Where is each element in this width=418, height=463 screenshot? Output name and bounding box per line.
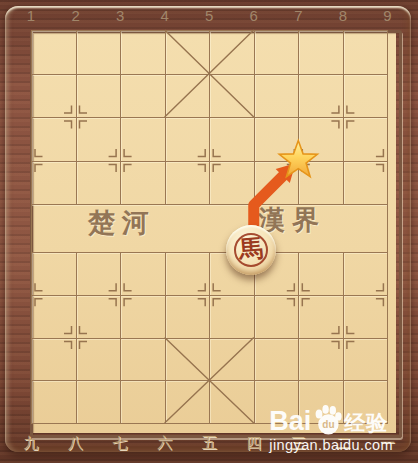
watermark-brand-du: du — [323, 419, 335, 430]
watermark-url: jingyan.baidu.com — [269, 438, 393, 453]
piece-character: 馬 — [224, 222, 278, 276]
piece-red-horse[interactable]: 馬 — [226, 225, 276, 275]
point-markers — [35, 106, 383, 350]
watermark-brand-suffix: 经验 — [344, 412, 388, 434]
board-overlay — [0, 0, 418, 463]
baidu-watermark: Bai du 经验 jingyan.baidu.com — [269, 404, 393, 453]
baidu-paw-icon: du — [313, 404, 343, 435]
xiangqi-app-screen: 1 2 3 4 5 6 7 8 9 九 八 七 六 五 四 三 二 一 楚河 漢… — [0, 0, 418, 463]
watermark-brand-prefix: Bai — [269, 409, 311, 435]
